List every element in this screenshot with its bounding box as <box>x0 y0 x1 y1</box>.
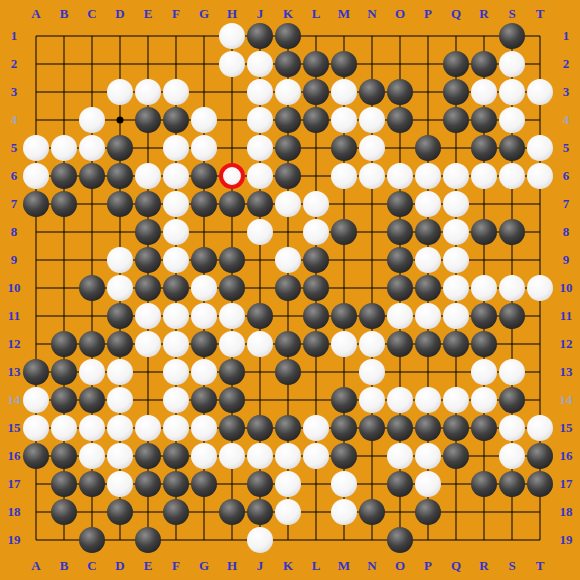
col-label-top-H: H <box>227 6 237 22</box>
stone-white-E15 <box>135 415 161 441</box>
row-label-right-18: 18 <box>560 504 573 520</box>
row-label-right-13: 13 <box>560 364 573 380</box>
col-label-bottom-B: B <box>60 558 69 574</box>
stone-black-R15 <box>471 415 497 441</box>
col-label-top-C: C <box>87 6 96 22</box>
stone-black-R8 <box>471 219 497 245</box>
stone-white-J16 <box>247 443 273 469</box>
stone-black-G14 <box>191 387 217 413</box>
stone-black-S5 <box>499 135 525 161</box>
row-label-right-7: 7 <box>563 196 570 212</box>
stone-white-M17 <box>331 471 357 497</box>
stone-white-J19 <box>247 527 273 553</box>
stone-white-N4 <box>359 107 385 133</box>
stone-black-B17 <box>51 471 77 497</box>
stone-black-B16 <box>51 443 77 469</box>
stone-black-A7 <box>23 191 49 217</box>
row-label-right-15: 15 <box>560 420 573 436</box>
stone-white-N12 <box>359 331 385 357</box>
row-label-right-1: 1 <box>563 28 570 44</box>
stone-black-B7 <box>51 191 77 217</box>
stone-black-K1 <box>275 23 301 49</box>
stone-black-P15 <box>415 415 441 441</box>
stone-white-D15 <box>107 415 133 441</box>
col-label-top-D: D <box>115 6 124 22</box>
stone-white-F12 <box>163 331 189 357</box>
stone-white-F8 <box>163 219 189 245</box>
stone-black-K13 <box>275 359 301 385</box>
stone-black-S8 <box>499 219 525 245</box>
stone-black-K6 <box>275 163 301 189</box>
stone-white-D14 <box>107 387 133 413</box>
stone-white-F6 <box>163 163 189 189</box>
stone-white-H16 <box>219 443 245 469</box>
stone-white-S15 <box>499 415 525 441</box>
stone-white-G11 <box>191 303 217 329</box>
stone-white-M12 <box>331 331 357 357</box>
row-label-left-13: 13 <box>8 364 21 380</box>
stone-black-D11 <box>107 303 133 329</box>
stone-black-J11 <box>247 303 273 329</box>
stone-black-G7 <box>191 191 217 217</box>
stone-white-E6 <box>135 163 161 189</box>
stone-black-E10 <box>135 275 161 301</box>
stone-white-P6 <box>415 163 441 189</box>
stone-black-G6 <box>191 163 217 189</box>
stone-black-R17 <box>471 471 497 497</box>
stone-black-H18 <box>219 499 245 525</box>
stone-black-O9 <box>387 247 413 273</box>
stone-white-S6 <box>499 163 525 189</box>
col-label-top-S: S <box>508 6 515 22</box>
stone-white-J6 <box>247 163 273 189</box>
stone-black-L2 <box>303 51 329 77</box>
stone-white-P14 <box>415 387 441 413</box>
stone-white-B5 <box>51 135 77 161</box>
stone-white-L8 <box>303 219 329 245</box>
stone-white-H12 <box>219 331 245 357</box>
stone-white-G5 <box>191 135 217 161</box>
stone-black-E9 <box>135 247 161 273</box>
stone-black-J15 <box>247 415 273 441</box>
stone-white-S10 <box>499 275 525 301</box>
stone-black-O15 <box>387 415 413 441</box>
stone-black-L9 <box>303 247 329 273</box>
stone-black-H10 <box>219 275 245 301</box>
stone-white-J8 <box>247 219 273 245</box>
stone-black-F18 <box>163 499 189 525</box>
stone-white-E11 <box>135 303 161 329</box>
stone-white-A5 <box>23 135 49 161</box>
stone-white-Q7 <box>443 191 469 217</box>
col-label-bottom-G: G <box>199 558 209 574</box>
stone-white-C15 <box>79 415 105 441</box>
stone-white-S4 <box>499 107 525 133</box>
stone-black-E17 <box>135 471 161 497</box>
stone-white-D3 <box>107 79 133 105</box>
stone-white-E12 <box>135 331 161 357</box>
col-label-bottom-T: T <box>536 558 545 574</box>
row-label-right-10: 10 <box>560 280 573 296</box>
col-label-top-N: N <box>367 6 376 22</box>
row-label-right-11: 11 <box>560 308 572 324</box>
stone-white-J5 <box>247 135 273 161</box>
stone-black-H7 <box>219 191 245 217</box>
stone-black-N11 <box>359 303 385 329</box>
col-label-bottom-D: D <box>115 558 124 574</box>
stone-white-last-move-H6 <box>219 163 245 189</box>
stone-black-K15 <box>275 415 301 441</box>
stone-black-N18 <box>359 499 385 525</box>
col-label-bottom-L: L <box>312 558 321 574</box>
stone-black-P5 <box>415 135 441 161</box>
stone-black-R11 <box>471 303 497 329</box>
stone-black-C17 <box>79 471 105 497</box>
row-label-right-9: 9 <box>563 252 570 268</box>
stone-white-J4 <box>247 107 273 133</box>
stone-black-K5 <box>275 135 301 161</box>
stone-black-F17 <box>163 471 189 497</box>
stone-white-Q9 <box>443 247 469 273</box>
stone-white-O14 <box>387 387 413 413</box>
row-label-right-4: 4 <box>563 112 570 128</box>
stone-black-N3 <box>359 79 385 105</box>
stone-black-H13 <box>219 359 245 385</box>
stone-white-C4 <box>79 107 105 133</box>
row-label-left-5: 5 <box>11 140 18 156</box>
stone-white-O16 <box>387 443 413 469</box>
row-label-left-16: 16 <box>8 448 21 464</box>
row-label-right-8: 8 <box>563 224 570 240</box>
row-label-right-6: 6 <box>563 168 570 184</box>
stone-white-O11 <box>387 303 413 329</box>
stone-white-D13 <box>107 359 133 385</box>
star-point-D4 <box>117 117 124 124</box>
stone-black-H15 <box>219 415 245 441</box>
stone-white-K9 <box>275 247 301 273</box>
stone-black-C10 <box>79 275 105 301</box>
stone-white-K3 <box>275 79 301 105</box>
stone-black-Q3 <box>443 79 469 105</box>
stone-white-E3 <box>135 79 161 105</box>
col-label-bottom-K: K <box>283 558 293 574</box>
stone-white-P16 <box>415 443 441 469</box>
col-label-bottom-E: E <box>144 558 153 574</box>
col-label-top-F: F <box>172 6 180 22</box>
stone-black-D6 <box>107 163 133 189</box>
col-label-bottom-H: H <box>227 558 237 574</box>
stone-black-C12 <box>79 331 105 357</box>
stone-white-M4 <box>331 107 357 133</box>
stone-white-K17 <box>275 471 301 497</box>
stone-white-C16 <box>79 443 105 469</box>
stone-black-A13 <box>23 359 49 385</box>
row-label-right-16: 16 <box>560 448 573 464</box>
stone-white-N14 <box>359 387 385 413</box>
row-label-left-11: 11 <box>8 308 20 324</box>
row-label-left-10: 10 <box>8 280 21 296</box>
stone-white-B15 <box>51 415 77 441</box>
stone-white-S3 <box>499 79 525 105</box>
row-label-left-4: 4 <box>11 112 18 128</box>
col-label-top-E: E <box>144 6 153 22</box>
stone-white-N5 <box>359 135 385 161</box>
stone-black-S11 <box>499 303 525 329</box>
stone-black-K10 <box>275 275 301 301</box>
stone-white-Q10 <box>443 275 469 301</box>
stone-white-F15 <box>163 415 189 441</box>
stone-black-P8 <box>415 219 441 245</box>
stone-black-L11 <box>303 303 329 329</box>
stone-black-A16 <box>23 443 49 469</box>
stone-white-K16 <box>275 443 301 469</box>
row-label-left-3: 3 <box>11 84 18 100</box>
stone-white-M6 <box>331 163 357 189</box>
stone-black-J18 <box>247 499 273 525</box>
stone-white-F9 <box>163 247 189 273</box>
stone-black-J1 <box>247 23 273 49</box>
stone-white-F7 <box>163 191 189 217</box>
stone-black-B18 <box>51 499 77 525</box>
stone-black-B14 <box>51 387 77 413</box>
stone-black-B13 <box>51 359 77 385</box>
stone-white-A14 <box>23 387 49 413</box>
stone-black-R2 <box>471 51 497 77</box>
stone-white-R13 <box>471 359 497 385</box>
stone-black-P12 <box>415 331 441 357</box>
stone-black-G9 <box>191 247 217 273</box>
stone-white-G10 <box>191 275 217 301</box>
stone-white-T3 <box>527 79 553 105</box>
stone-white-M18 <box>331 499 357 525</box>
stone-white-F11 <box>163 303 189 329</box>
stone-white-P11 <box>415 303 441 329</box>
stone-black-M5 <box>331 135 357 161</box>
stone-white-F3 <box>163 79 189 105</box>
stone-black-M16 <box>331 443 357 469</box>
row-label-right-17: 17 <box>560 476 573 492</box>
stone-white-P7 <box>415 191 441 217</box>
stone-black-D12 <box>107 331 133 357</box>
stone-black-M2 <box>331 51 357 77</box>
stone-black-G12 <box>191 331 217 357</box>
stone-black-O7 <box>387 191 413 217</box>
stone-white-O6 <box>387 163 413 189</box>
stone-white-Q14 <box>443 387 469 413</box>
stone-black-E8 <box>135 219 161 245</box>
stone-black-O8 <box>387 219 413 245</box>
stone-white-R3 <box>471 79 497 105</box>
stone-white-D17 <box>107 471 133 497</box>
stone-white-T5 <box>527 135 553 161</box>
stone-white-G4 <box>191 107 217 133</box>
stone-black-C6 <box>79 163 105 189</box>
stone-white-Q11 <box>443 303 469 329</box>
col-label-top-B: B <box>60 6 69 22</box>
stone-black-O17 <box>387 471 413 497</box>
stone-white-R14 <box>471 387 497 413</box>
stone-white-K7 <box>275 191 301 217</box>
col-label-bottom-J: J <box>257 558 264 574</box>
col-label-top-O: O <box>395 6 405 22</box>
stone-black-M8 <box>331 219 357 245</box>
stone-black-P10 <box>415 275 441 301</box>
stone-black-D5 <box>107 135 133 161</box>
row-label-left-18: 18 <box>8 504 21 520</box>
col-label-top-K: K <box>283 6 293 22</box>
stone-black-C14 <box>79 387 105 413</box>
stone-white-T10 <box>527 275 553 301</box>
row-label-left-15: 15 <box>8 420 21 436</box>
stone-black-E7 <box>135 191 161 217</box>
stone-black-F16 <box>163 443 189 469</box>
stone-black-L10 <box>303 275 329 301</box>
stone-black-C19 <box>79 527 105 553</box>
col-label-bottom-O: O <box>395 558 405 574</box>
stone-white-G16 <box>191 443 217 469</box>
stone-black-B12 <box>51 331 77 357</box>
stone-black-J7 <box>247 191 273 217</box>
stone-white-F13 <box>163 359 189 385</box>
stone-white-M3 <box>331 79 357 105</box>
row-label-left-8: 8 <box>11 224 18 240</box>
row-label-left-17: 17 <box>8 476 21 492</box>
stone-white-D10 <box>107 275 133 301</box>
stone-black-H9 <box>219 247 245 273</box>
stone-black-F10 <box>163 275 189 301</box>
stone-black-Q4 <box>443 107 469 133</box>
stone-white-R6 <box>471 163 497 189</box>
stone-white-F5 <box>163 135 189 161</box>
stone-black-P18 <box>415 499 441 525</box>
stone-black-R5 <box>471 135 497 161</box>
stone-white-C5 <box>79 135 105 161</box>
stone-black-Q12 <box>443 331 469 357</box>
stone-black-B6 <box>51 163 77 189</box>
col-label-top-P: P <box>424 6 432 22</box>
stone-black-K4 <box>275 107 301 133</box>
stone-black-O4 <box>387 107 413 133</box>
row-label-right-19: 19 <box>560 532 573 548</box>
stone-white-A6 <box>23 163 49 189</box>
stone-black-F4 <box>163 107 189 133</box>
col-label-bottom-A: A <box>31 558 40 574</box>
stone-black-E16 <box>135 443 161 469</box>
stone-white-S13 <box>499 359 525 385</box>
col-label-top-Q: Q <box>451 6 461 22</box>
stone-white-A15 <box>23 415 49 441</box>
stone-white-T6 <box>527 163 553 189</box>
stone-black-R12 <box>471 331 497 357</box>
stone-black-Q2 <box>443 51 469 77</box>
stone-black-S14 <box>499 387 525 413</box>
stone-black-L12 <box>303 331 329 357</box>
stone-black-O3 <box>387 79 413 105</box>
stone-black-Q16 <box>443 443 469 469</box>
stone-black-J17 <box>247 471 273 497</box>
stone-white-J2 <box>247 51 273 77</box>
row-label-left-19: 19 <box>8 532 21 548</box>
stone-white-S2 <box>499 51 525 77</box>
stone-black-Q15 <box>443 415 469 441</box>
stone-black-S17 <box>499 471 525 497</box>
col-label-top-T: T <box>536 6 545 22</box>
stone-black-R4 <box>471 107 497 133</box>
stone-black-L4 <box>303 107 329 133</box>
stone-white-N6 <box>359 163 385 189</box>
go-board[interactable]: AABBCCDDEEFFGGHHJJKKLLMMNNOOPPQQRRSSTT11… <box>0 0 580 580</box>
stone-black-L3 <box>303 79 329 105</box>
stone-black-D18 <box>107 499 133 525</box>
stone-black-M15 <box>331 415 357 441</box>
row-label-left-1: 1 <box>11 28 18 44</box>
stone-white-J12 <box>247 331 273 357</box>
stone-white-F14 <box>163 387 189 413</box>
row-label-left-14: 14 <box>8 392 21 408</box>
stone-white-L7 <box>303 191 329 217</box>
row-label-right-3: 3 <box>563 84 570 100</box>
stone-white-T15 <box>527 415 553 441</box>
col-label-top-A: A <box>31 6 40 22</box>
row-label-left-7: 7 <box>11 196 18 212</box>
stone-white-N13 <box>359 359 385 385</box>
row-label-left-2: 2 <box>11 56 18 72</box>
col-label-top-R: R <box>479 6 488 22</box>
stone-white-L16 <box>303 443 329 469</box>
stone-black-G17 <box>191 471 217 497</box>
stone-white-J3 <box>247 79 273 105</box>
stone-black-K12 <box>275 331 301 357</box>
col-label-top-G: G <box>199 6 209 22</box>
stone-white-D9 <box>107 247 133 273</box>
row-label-right-14: 14 <box>560 392 573 408</box>
stone-black-K2 <box>275 51 301 77</box>
col-label-bottom-M: M <box>338 558 350 574</box>
stone-white-D16 <box>107 443 133 469</box>
stone-white-G13 <box>191 359 217 385</box>
row-label-left-9: 9 <box>11 252 18 268</box>
stone-black-T17 <box>527 471 553 497</box>
stone-white-C13 <box>79 359 105 385</box>
row-label-right-12: 12 <box>560 336 573 352</box>
row-label-right-5: 5 <box>563 140 570 156</box>
stone-white-H11 <box>219 303 245 329</box>
col-label-top-M: M <box>338 6 350 22</box>
stone-white-S16 <box>499 443 525 469</box>
col-label-bottom-C: C <box>87 558 96 574</box>
col-label-top-L: L <box>312 6 321 22</box>
stone-black-O10 <box>387 275 413 301</box>
col-label-top-J: J <box>257 6 264 22</box>
stone-black-T16 <box>527 443 553 469</box>
stone-white-L15 <box>303 415 329 441</box>
stone-black-N15 <box>359 415 385 441</box>
stone-black-M14 <box>331 387 357 413</box>
stone-white-H2 <box>219 51 245 77</box>
stone-black-H14 <box>219 387 245 413</box>
col-label-bottom-F: F <box>172 558 180 574</box>
stone-white-H1 <box>219 23 245 49</box>
col-label-bottom-Q: Q <box>451 558 461 574</box>
stone-black-E19 <box>135 527 161 553</box>
stone-black-D7 <box>107 191 133 217</box>
row-label-right-2: 2 <box>563 56 570 72</box>
col-label-bottom-P: P <box>424 558 432 574</box>
col-label-bottom-N: N <box>367 558 376 574</box>
row-label-left-6: 6 <box>11 168 18 184</box>
stone-black-M11 <box>331 303 357 329</box>
row-label-left-12: 12 <box>8 336 21 352</box>
